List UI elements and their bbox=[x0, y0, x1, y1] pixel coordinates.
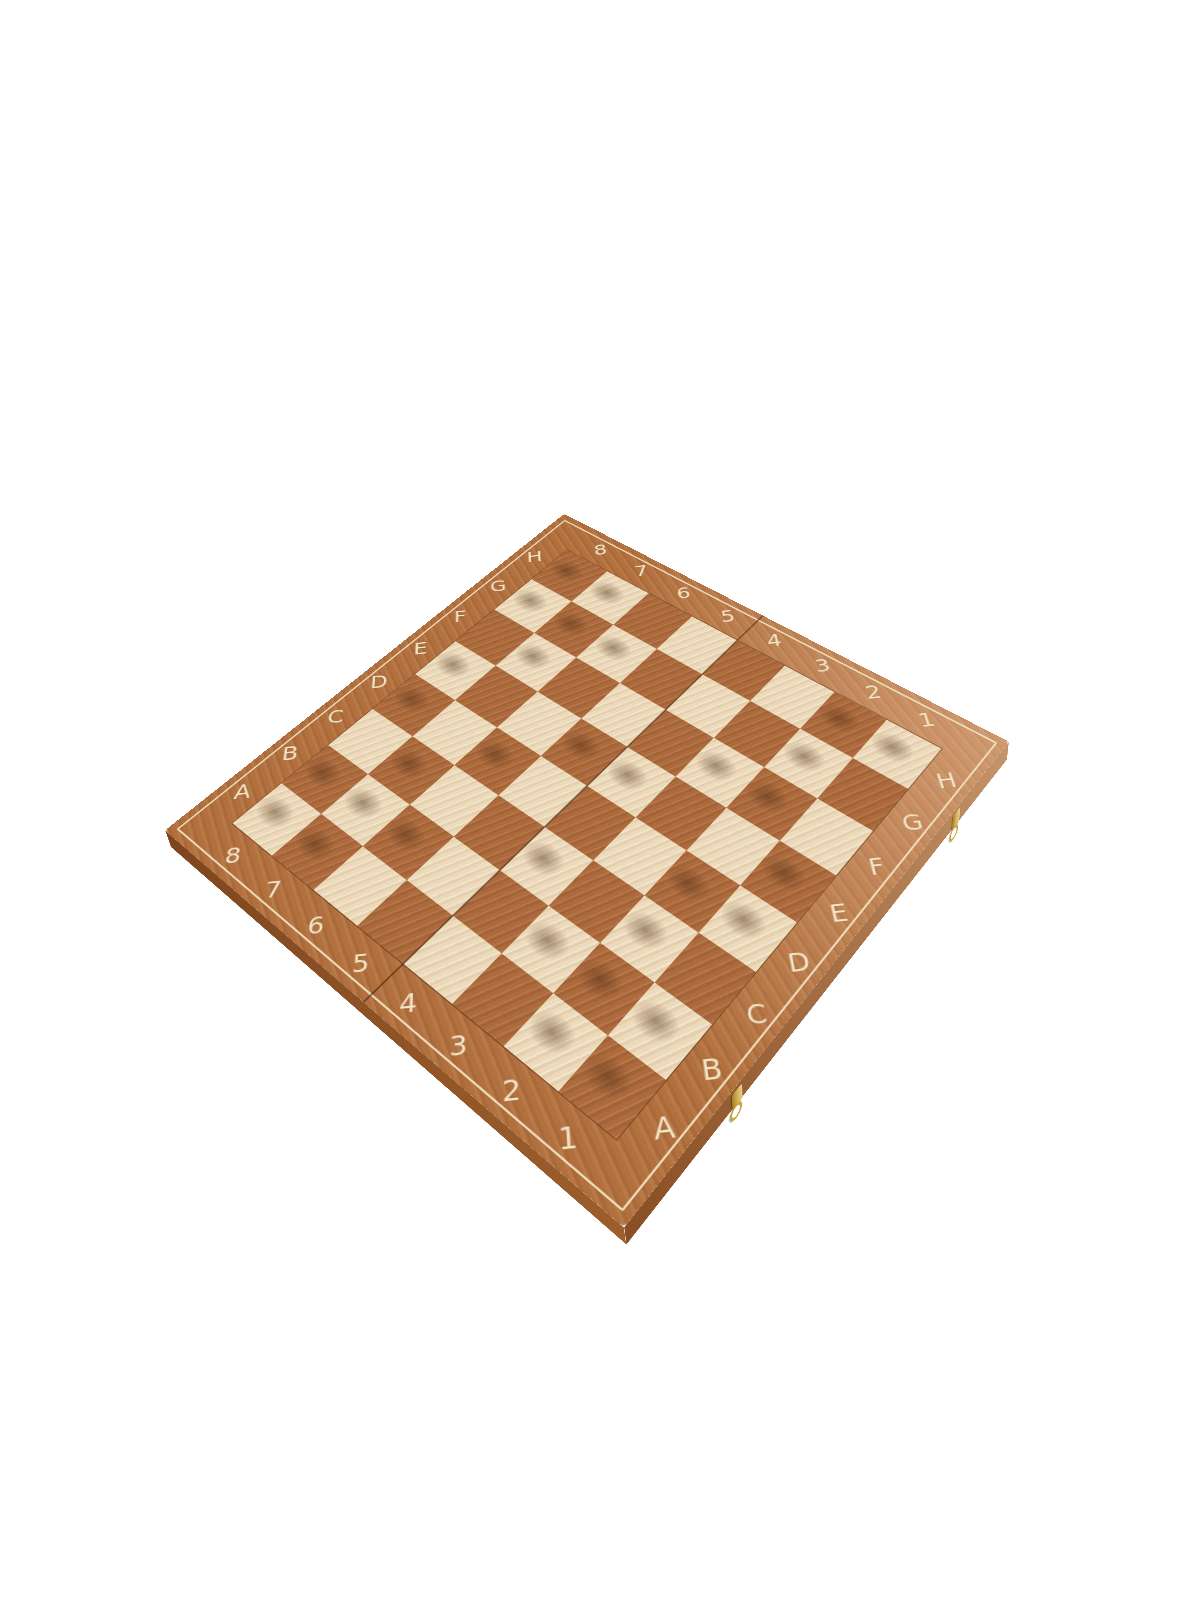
file-label-B-right: B bbox=[700, 1054, 725, 1085]
file-label-A-right: A bbox=[652, 1111, 677, 1144]
product-photo-canvas: ♜♟♟♜♞♝♟♟♟♞♟♚♟♟♚♛♟♟♛♟♝♟♞♝♟♟♝♞♜♟♟♜ 88HH77G… bbox=[0, 0, 1200, 1600]
file-label-E-right: E bbox=[828, 900, 851, 926]
file-label-F-right: F bbox=[866, 854, 888, 878]
rook-glyph: ♜ bbox=[573, 999, 651, 1086]
rook-glyph: ♜ bbox=[865, 681, 930, 753]
rank-label-5-bottom: 5 bbox=[351, 950, 370, 977]
pawn-glyph: ♟ bbox=[604, 721, 658, 781]
pawn-glyph: ♟ bbox=[381, 780, 436, 842]
bishop-glyph: ♝ bbox=[507, 777, 586, 865]
rank-label-4-top: 4 bbox=[765, 631, 783, 649]
brass-latch-2 bbox=[729, 1079, 746, 1129]
board-squares: ♜♟♟♜♞♝♟♟♟♞♟♚♟♟♚♛♟♟♛♟♝♟♞♝♟♟♝♞♜♟♟♜ bbox=[233, 550, 942, 1139]
rank-label-4-bottom: 4 bbox=[398, 989, 417, 1017]
rank-label-8-bottom: 8 bbox=[223, 844, 243, 867]
rank-label-2-bottom: 2 bbox=[501, 1075, 521, 1106]
rank-label-6-bottom: 6 bbox=[306, 913, 325, 938]
rank-label-7-bottom: 7 bbox=[263, 877, 282, 901]
rank-label-5-top: 5 bbox=[719, 608, 736, 625]
rank-label-1-bottom: 1 bbox=[557, 1121, 578, 1154]
rank-label-7-top: 7 bbox=[633, 563, 649, 579]
board-scene: ♜♟♟♜♞♝♟♟♟♞♟♚♟♟♚♛♟♟♛♟♝♟♞♝♟♟♝♞♜♟♟♜ 88HH77G… bbox=[257, 456, 916, 1115]
file-label-C-right: C bbox=[745, 999, 770, 1028]
rank-label-3-bottom: 3 bbox=[448, 1031, 467, 1060]
perspective-wrapper: ♜♟♟♜♞♝♟♟♟♞♟♚♟♟♚♛♟♟♛♟♝♟♞♝♟♟♝♞♜♟♟♜ 88HH77G… bbox=[257, 456, 916, 1115]
queen-glyph: ♛ bbox=[374, 615, 454, 704]
file-label-H-right: H bbox=[934, 769, 960, 791]
pawn-glyph: ♟ bbox=[592, 599, 641, 654]
file-label-G-right: G bbox=[899, 811, 926, 834]
brass-latch-1 bbox=[948, 804, 962, 849]
pawn-glyph: ♟ bbox=[290, 789, 345, 851]
chessboard: ♜♟♟♜♞♝♟♟♟♞♟♚♟♟♚♛♟♟♛♟♝♟♞♝♟♟♝♞♜♟♟♜ 88HH77G… bbox=[165, 514, 1009, 1228]
file-label-D-right: D bbox=[786, 948, 813, 976]
pawn-glyph: ♟ bbox=[511, 607, 560, 662]
pawn-glyph: ♟ bbox=[471, 702, 523, 761]
rank-label-6-top: 6 bbox=[675, 585, 691, 601]
queen-glyph: ♛ bbox=[700, 821, 796, 928]
pawn-glyph: ♟ bbox=[558, 693, 610, 752]
